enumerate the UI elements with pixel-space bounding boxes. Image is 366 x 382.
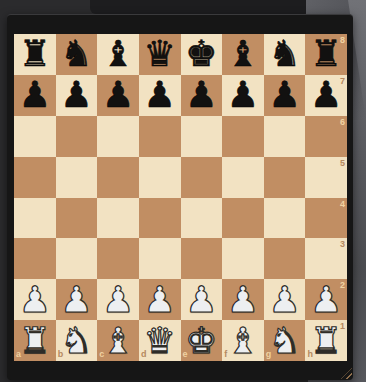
square-f7[interactable]: ♟ [222,75,264,116]
coord-rank-6: 6 [340,118,345,127]
photo-background: ♜♞♝♛♚♝♞♜8♟♟♟♟♟♟♟♟76543♟♟♟♟♟♟♟♟2♜a♞b♝c♛d♚… [0,0,366,382]
square-g5[interactable] [264,157,306,198]
square-b6[interactable] [56,116,98,157]
coord-file-d: d [141,350,147,359]
square-h7[interactable]: ♟7 [305,75,347,116]
board-frame: ♜♞♝♛♚♝♞♜8♟♟♟♟♟♟♟♟76543♟♟♟♟♟♟♟♟2♜a♞b♝c♛d♚… [7,14,353,380]
piece-white-pawn[interactable]: ♟ [144,280,176,320]
square-c1[interactable]: ♝c [97,320,139,361]
piece-black-pawn[interactable]: ♟ [310,75,342,115]
piece-white-pawn[interactable]: ♟ [268,280,300,320]
square-h5[interactable]: 5 [305,157,347,198]
square-c7[interactable]: ♟ [97,75,139,116]
piece-white-rook[interactable]: ♜ [310,321,342,361]
coord-rank-7: 7 [340,77,345,86]
coord-rank-3: 3 [340,240,345,249]
coord-rank-1: 1 [340,322,345,331]
square-h1[interactable]: ♜h1 [305,320,347,361]
square-g4[interactable] [264,198,306,239]
piece-white-bishop[interactable]: ♝ [227,321,259,361]
square-f3[interactable] [222,238,264,279]
square-h2[interactable]: ♟2 [305,279,347,320]
square-a3[interactable] [14,238,56,279]
square-e7[interactable]: ♟ [181,75,223,116]
coord-rank-5: 5 [340,159,345,168]
square-e4[interactable] [181,198,223,239]
square-d5[interactable] [139,157,181,198]
piece-black-bishop[interactable]: ♝ [102,34,134,74]
piece-black-rook[interactable]: ♜ [19,34,51,74]
square-a8[interactable]: ♜ [14,34,56,75]
piece-black-knight[interactable]: ♞ [60,34,92,74]
square-e6[interactable] [181,116,223,157]
square-c8[interactable]: ♝ [97,34,139,75]
background-monitor-silhouette [90,0,310,14]
piece-black-rook[interactable]: ♜ [310,34,342,74]
square-b8[interactable]: ♞ [56,34,98,75]
square-g6[interactable] [264,116,306,157]
coord-rank-8: 8 [340,36,345,45]
coord-file-b: b [58,350,64,359]
square-f4[interactable] [222,198,264,239]
square-d2[interactable]: ♟ [139,279,181,320]
square-b3[interactable] [56,238,98,279]
piece-black-queen[interactable]: ♛ [144,34,176,74]
piece-white-pawn[interactable]: ♟ [310,280,342,320]
square-a1[interactable]: ♜a [14,320,56,361]
square-a5[interactable] [14,157,56,198]
square-c4[interactable] [97,198,139,239]
piece-black-king[interactable]: ♚ [185,34,217,74]
piece-black-bishop[interactable]: ♝ [227,34,259,74]
board-resize-handle-icon[interactable] [341,368,352,379]
square-g2[interactable]: ♟ [264,279,306,320]
square-f8[interactable]: ♝ [222,34,264,75]
chess-board: ♜♞♝♛♚♝♞♜8♟♟♟♟♟♟♟♟76543♟♟♟♟♟♟♟♟2♜a♞b♝c♛d♚… [14,34,347,361]
square-a2[interactable]: ♟ [14,279,56,320]
piece-black-pawn[interactable]: ♟ [102,75,134,115]
square-e2[interactable]: ♟ [181,279,223,320]
square-c5[interactable] [97,157,139,198]
square-a6[interactable] [14,116,56,157]
square-d8[interactable]: ♛ [139,34,181,75]
square-d1[interactable]: ♛d [139,320,181,361]
square-e3[interactable] [181,238,223,279]
piece-black-pawn[interactable]: ♟ [19,75,51,115]
square-e1[interactable]: ♚e [181,320,223,361]
piece-black-pawn[interactable]: ♟ [268,75,300,115]
coord-file-a: a [16,350,21,359]
square-b5[interactable] [56,157,98,198]
square-b4[interactable] [56,198,98,239]
piece-white-queen[interactable]: ♛ [144,321,176,361]
piece-black-pawn[interactable]: ♟ [185,75,217,115]
square-g7[interactable]: ♟ [264,75,306,116]
square-d6[interactable] [139,116,181,157]
square-h4[interactable]: 4 [305,198,347,239]
square-g3[interactable] [264,238,306,279]
piece-white-pawn[interactable]: ♟ [102,280,134,320]
coord-file-c: c [99,350,104,359]
square-f6[interactable] [222,116,264,157]
piece-white-pawn[interactable]: ♟ [60,280,92,320]
piece-white-knight[interactable]: ♞ [268,321,300,361]
square-d3[interactable] [139,238,181,279]
square-c6[interactable] [97,116,139,157]
coord-rank-4: 4 [340,200,345,209]
piece-white-king[interactable]: ♚ [185,321,217,361]
square-c3[interactable] [97,238,139,279]
coord-rank-2: 2 [340,281,345,290]
square-d4[interactable] [139,198,181,239]
coord-file-f: f [224,350,227,359]
piece-black-pawn[interactable]: ♟ [227,75,259,115]
piece-white-pawn[interactable]: ♟ [185,280,217,320]
coord-file-h: h [307,350,313,359]
square-g8[interactable]: ♞ [264,34,306,75]
square-a7[interactable]: ♟ [14,75,56,116]
square-b1[interactable]: ♞b [56,320,98,361]
coord-file-g: g [266,350,272,359]
square-f5[interactable] [222,157,264,198]
piece-black-knight[interactable]: ♞ [268,34,300,74]
square-d7[interactable]: ♟ [139,75,181,116]
square-e8[interactable]: ♚ [181,34,223,75]
piece-white-bishop[interactable]: ♝ [102,321,134,361]
square-e5[interactable] [181,157,223,198]
piece-black-pawn[interactable]: ♟ [60,75,92,115]
piece-white-rook[interactable]: ♜ [19,321,51,361]
square-h6[interactable]: 6 [305,116,347,157]
square-c2[interactable]: ♟ [97,279,139,320]
piece-white-pawn[interactable]: ♟ [19,280,51,320]
square-h3[interactable]: 3 [305,238,347,279]
piece-black-pawn[interactable]: ♟ [144,75,176,115]
square-b7[interactable]: ♟ [56,75,98,116]
coord-file-e: e [183,350,188,359]
square-b2[interactable]: ♟ [56,279,98,320]
square-f2[interactable]: ♟ [222,279,264,320]
square-g1[interactable]: ♞g [264,320,306,361]
piece-white-knight[interactable]: ♞ [60,321,92,361]
square-a4[interactable] [14,198,56,239]
piece-white-pawn[interactable]: ♟ [227,280,259,320]
square-h8[interactable]: ♜8 [305,34,347,75]
square-f1[interactable]: ♝f [222,320,264,361]
